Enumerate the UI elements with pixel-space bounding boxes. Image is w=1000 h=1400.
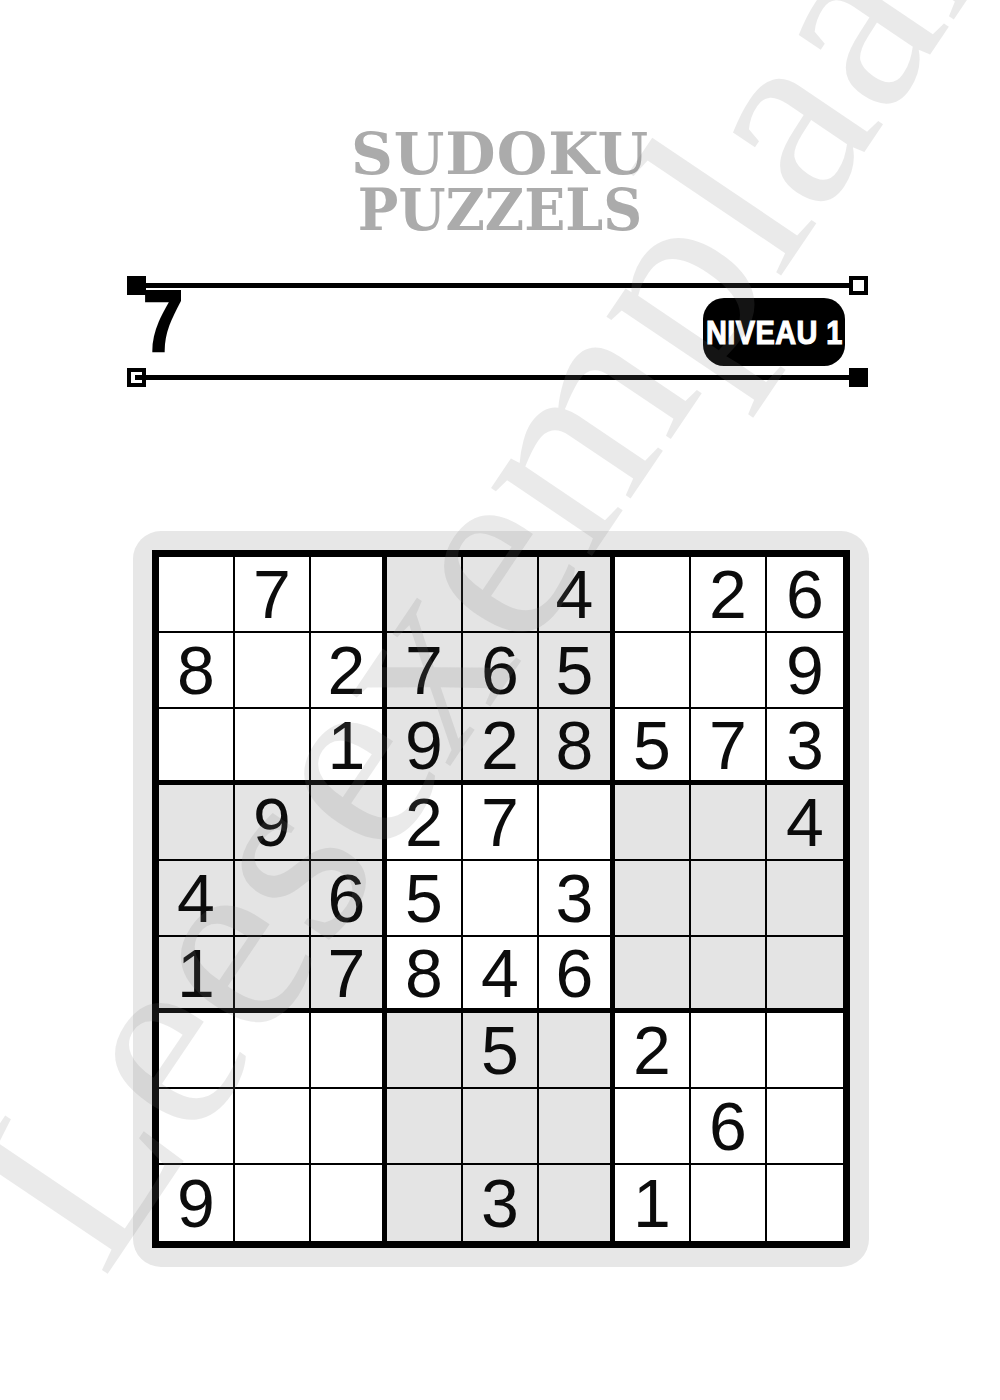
cell-r7c4[interactable] [387, 1013, 463, 1089]
cell-r3c8-given[interactable]: 7 [691, 709, 767, 785]
cell-r7c9[interactable] [767, 1013, 843, 1089]
cell-r1c4[interactable] [387, 557, 463, 633]
cell-r2c8[interactable] [691, 633, 767, 709]
cell-r5c7[interactable] [615, 861, 691, 937]
cell-r3c5-given[interactable]: 2 [463, 709, 539, 785]
cell-r4c7[interactable] [615, 785, 691, 861]
cell-r1c2-given[interactable]: 7 [235, 557, 311, 633]
cell-r3c7-given[interactable]: 5 [615, 709, 691, 785]
cell-r2c1-given[interactable]: 8 [159, 633, 235, 709]
cell-r8c5[interactable] [463, 1089, 539, 1165]
cell-r1c7[interactable] [615, 557, 691, 633]
cell-r7c6[interactable] [539, 1013, 615, 1089]
cell-r9c1-given[interactable]: 9 [159, 1165, 235, 1241]
cell-r1c8-given[interactable]: 2 [691, 557, 767, 633]
cell-r7c8[interactable] [691, 1013, 767, 1089]
cell-r6c1-given[interactable]: 1 [159, 937, 235, 1013]
cell-r4c9-given[interactable]: 4 [767, 785, 843, 861]
cell-r7c7-given[interactable]: 2 [615, 1013, 691, 1089]
cell-r1c5[interactable] [463, 557, 539, 633]
cell-r2c9-given[interactable]: 9 [767, 633, 843, 709]
cell-r5c1-given[interactable]: 4 [159, 861, 235, 937]
cell-r8c9[interactable] [767, 1089, 843, 1165]
level-badge-label: NIVEAU 1 [706, 313, 843, 352]
book-title-line2: PUZZELS [35, 184, 965, 236]
cell-r7c2[interactable] [235, 1013, 311, 1089]
cell-r5c2[interactable] [235, 861, 311, 937]
cell-r6c2[interactable] [235, 937, 311, 1013]
cell-r6c5-given[interactable]: 4 [463, 937, 539, 1013]
cell-r6c7[interactable] [615, 937, 691, 1013]
cell-r9c7-given[interactable]: 1 [615, 1165, 691, 1241]
cell-r1c9-given[interactable]: 6 [767, 557, 843, 633]
cell-r4c3[interactable] [311, 785, 387, 861]
sudoku-grid: 742682765919285739274465317846526931 [152, 550, 850, 1248]
cell-r9c9[interactable] [767, 1165, 843, 1241]
cell-r9c5-given[interactable]: 3 [463, 1165, 539, 1241]
cell-r4c4-given[interactable]: 2 [387, 785, 463, 861]
header-rule-bottom [127, 368, 868, 387]
cell-r5c9[interactable] [767, 861, 843, 937]
cell-r6c6-given[interactable]: 6 [539, 937, 615, 1013]
cell-r2c2[interactable] [235, 633, 311, 709]
cell-r3c3-given[interactable]: 1 [311, 709, 387, 785]
puzzle-number: 7 [143, 277, 183, 365]
cell-r3c2[interactable] [235, 709, 311, 785]
cell-r3c1[interactable] [159, 709, 235, 785]
cell-r2c3-given[interactable]: 2 [311, 633, 387, 709]
page: SUDOKU PUZZELS 7 NIVEAU 1 74268276591928… [0, 0, 1000, 1400]
book-title: SUDOKU PUZZELS [0, 124, 1000, 236]
cell-r9c3[interactable] [311, 1165, 387, 1241]
cell-r3c9-given[interactable]: 3 [767, 709, 843, 785]
level-badge: NIVEAU 1 [703, 298, 845, 366]
cell-r8c8-given[interactable]: 6 [691, 1089, 767, 1165]
cell-r7c3[interactable] [311, 1013, 387, 1089]
cell-r9c6[interactable] [539, 1165, 615, 1241]
cell-r6c8[interactable] [691, 937, 767, 1013]
cell-r2c7[interactable] [615, 633, 691, 709]
cell-r4c5-given[interactable]: 7 [463, 785, 539, 861]
cell-r5c6-given[interactable]: 3 [539, 861, 615, 937]
cell-r2c4-given[interactable]: 7 [387, 633, 463, 709]
cell-r5c8[interactable] [691, 861, 767, 937]
book-title-line1: SUDOKU [0, 124, 1000, 184]
cell-r8c2[interactable] [235, 1089, 311, 1165]
cell-r8c6[interactable] [539, 1089, 615, 1165]
cell-r9c4[interactable] [387, 1165, 463, 1241]
cell-r6c3-given[interactable]: 7 [311, 937, 387, 1013]
cell-r7c1[interactable] [159, 1013, 235, 1089]
cell-r8c4[interactable] [387, 1089, 463, 1165]
cell-r4c8[interactable] [691, 785, 767, 861]
cell-r5c5[interactable] [463, 861, 539, 937]
cell-r1c3[interactable] [311, 557, 387, 633]
sudoku-board-frame: 742682765919285739274465317846526931 [133, 531, 869, 1267]
cell-r3c4-given[interactable]: 9 [387, 709, 463, 785]
cell-r8c1[interactable] [159, 1089, 235, 1165]
cell-r4c2-given[interactable]: 9 [235, 785, 311, 861]
rule-end-square-filled-icon [849, 368, 868, 387]
cell-r1c6-given[interactable]: 4 [539, 557, 615, 633]
cell-r2c6-given[interactable]: 5 [539, 633, 615, 709]
cell-r8c3[interactable] [311, 1089, 387, 1165]
cell-r6c9[interactable] [767, 937, 843, 1013]
header-rule-top [127, 276, 868, 295]
cell-r9c2[interactable] [235, 1165, 311, 1241]
cell-r1c1[interactable] [159, 557, 235, 633]
rule-end-square-outline-icon [849, 276, 868, 295]
cell-r8c7[interactable] [615, 1089, 691, 1165]
cell-r5c3-given[interactable]: 6 [311, 861, 387, 937]
cell-r4c6[interactable] [539, 785, 615, 861]
cell-r4c1[interactable] [159, 785, 235, 861]
cell-r3c6-given[interactable]: 8 [539, 709, 615, 785]
cell-r9c8[interactable] [691, 1165, 767, 1241]
cell-r7c5-given[interactable]: 5 [463, 1013, 539, 1089]
cell-r5c4-given[interactable]: 5 [387, 861, 463, 937]
cell-r6c4-given[interactable]: 8 [387, 937, 463, 1013]
cell-r2c5-given[interactable]: 6 [463, 633, 539, 709]
